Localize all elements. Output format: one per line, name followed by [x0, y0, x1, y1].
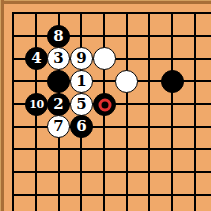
red-circle-marker-icon [98, 98, 111, 111]
stone-white-5: 5 [70, 93, 93, 116]
grid-line-vertical [126, 12, 128, 211]
grid-line-horizontal [12, 148, 211, 150]
stone-black-4: 4 [25, 47, 48, 70]
move-number-label: 4 [31, 51, 41, 66]
move-number-label: 8 [53, 29, 63, 44]
move-number-label: 1 [76, 74, 86, 89]
move-number-label: 6 [76, 119, 86, 134]
stone-black-2: 2 [47, 93, 70, 116]
grid-line-vertical [194, 12, 196, 211]
grid-line-horizontal [12, 171, 211, 173]
move-number-label: 2 [53, 97, 63, 112]
grid-line-vertical [148, 12, 150, 211]
grid-line-vertical [171, 12, 173, 211]
move-number-label: 7 [53, 119, 63, 134]
grid-line-horizontal [12, 194, 211, 196]
stone-white-1: 1 [70, 70, 93, 93]
move-number-label: 3 [53, 51, 63, 66]
move-number-label: 5 [76, 97, 86, 112]
stone-black-8: 8 [47, 25, 70, 48]
board-bevel-top-edge [0, 0, 211, 4]
stone-white-3: 3 [47, 47, 70, 70]
stone-black-marked [93, 93, 116, 116]
move-number-label: 10 [29, 99, 43, 110]
grid-line-vertical [12, 12, 14, 211]
move-number-label: 9 [76, 51, 86, 66]
stone-black-10: 10 [25, 93, 48, 116]
stone-black-6: 6 [70, 115, 93, 138]
stone-black-plain [161, 70, 184, 93]
grid-line-horizontal [12, 35, 211, 37]
stone-white-7: 7 [47, 115, 70, 138]
stone-white-9: 9 [70, 47, 93, 70]
go-board-diagram: 84391102576 [0, 0, 211, 211]
grid-line-horizontal [12, 126, 211, 128]
grid-line-horizontal [12, 12, 211, 14]
stone-white-plain [93, 47, 116, 70]
stone-white-plain [115, 70, 138, 93]
stone-black-plain [47, 70, 70, 93]
board-bevel-left-edge [0, 0, 4, 211]
